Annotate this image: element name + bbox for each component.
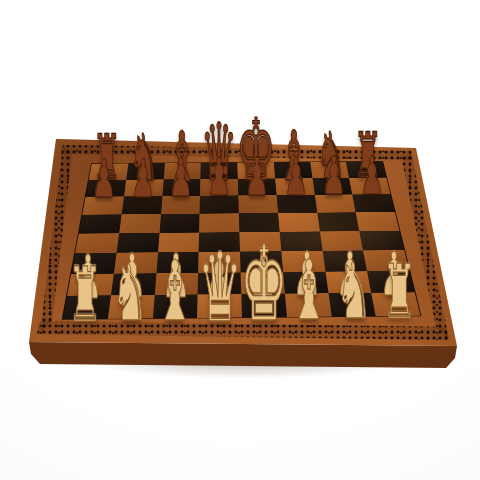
piece-light-bishop[interactable]: ♝ [155,251,193,334]
piece-dark-pawn[interactable]: ♟ [321,151,345,204]
chess-scene: ♜♞♝♛♚♝♞♜♟♟♟♟♟♟♟♟♟♟♟♟♟♟♟♟♜♞♝♛♚♝♞♜ [0,0,480,480]
piece-dark-pawn[interactable]: ♟ [92,153,117,206]
piece-dark-pawn[interactable]: ♟ [245,152,269,205]
piece-light-bishop[interactable]: ♝ [290,250,328,333]
piece-light-knight[interactable]: ♞ [111,255,147,333]
piece-light-rook[interactable]: ♜ [67,258,102,333]
piece-light-rook[interactable]: ♜ [381,255,416,330]
piece-dark-pawn[interactable]: ♟ [360,151,384,204]
piece-dark-pawn[interactable]: ♟ [169,152,193,205]
piece-dark-pawn[interactable]: ♟ [130,153,155,206]
piece-dark-pawn[interactable]: ♟ [207,152,231,205]
piece-light-queen[interactable]: ♛ [197,240,241,336]
pieces-layer: ♜♞♝♛♚♝♞♜♟♟♟♟♟♟♟♟♟♟♟♟♟♟♟♟♜♞♝♛♚♝♞♜ [0,0,480,480]
piece-dark-pawn[interactable]: ♟ [283,151,307,204]
piece-light-king[interactable]: ♚ [240,233,288,337]
piece-light-knight[interactable]: ♞ [336,253,372,331]
